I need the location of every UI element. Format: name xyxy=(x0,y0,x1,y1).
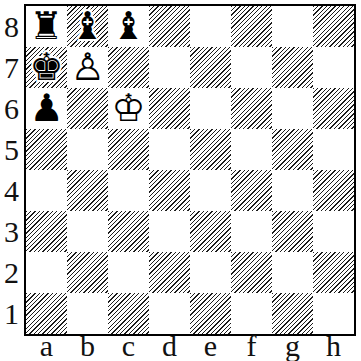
square-f8 xyxy=(231,6,272,47)
piece-black-pawn-a6: ♟ xyxy=(29,88,63,129)
square-d5 xyxy=(149,129,190,170)
square-e1 xyxy=(190,293,231,334)
square-g5 xyxy=(272,129,313,170)
square-g6 xyxy=(272,88,313,129)
file-labels: abcdefgh xyxy=(26,332,354,360)
square-a6: ♟ xyxy=(26,88,67,129)
square-f1 xyxy=(231,293,272,334)
square-g4 xyxy=(272,170,313,211)
square-g8 xyxy=(272,6,313,47)
file-label-b: b xyxy=(67,332,108,360)
rank-label-7: 7 xyxy=(0,47,23,88)
square-a4 xyxy=(26,170,67,211)
square-b8: ♝ xyxy=(67,6,108,47)
square-c1 xyxy=(108,293,149,334)
piece-black-rook-a8: ♜ xyxy=(29,6,63,47)
square-c2 xyxy=(108,252,149,293)
rank-label-4: 4 xyxy=(0,170,23,211)
file-label-d: d xyxy=(149,332,190,360)
chess-board: ♜♝♝♚♙♟♔ xyxy=(24,4,356,336)
file-label-a: a xyxy=(26,332,67,360)
square-g1 xyxy=(272,293,313,334)
square-a8: ♜ xyxy=(26,6,67,47)
rank-labels: 87654321 xyxy=(0,6,23,334)
square-d7 xyxy=(149,47,190,88)
square-h5 xyxy=(313,129,354,170)
piece-white-pawn-b7: ♙ xyxy=(70,47,104,88)
square-b3 xyxy=(67,211,108,252)
square-h6 xyxy=(313,88,354,129)
square-e3 xyxy=(190,211,231,252)
square-d6 xyxy=(149,88,190,129)
file-label-c: c xyxy=(108,332,149,360)
rank-label-2: 2 xyxy=(0,252,23,293)
square-c8: ♝ xyxy=(108,6,149,47)
square-b2 xyxy=(67,252,108,293)
square-d1 xyxy=(149,293,190,334)
square-e4 xyxy=(190,170,231,211)
rank-label-5: 5 xyxy=(0,129,23,170)
square-g7 xyxy=(272,47,313,88)
file-label-g: g xyxy=(272,332,313,360)
square-c5 xyxy=(108,129,149,170)
square-d4 xyxy=(149,170,190,211)
square-b6 xyxy=(67,88,108,129)
square-a1 xyxy=(26,293,67,334)
square-c3 xyxy=(108,211,149,252)
square-a7: ♚ xyxy=(26,47,67,88)
square-h7 xyxy=(313,47,354,88)
square-g3 xyxy=(272,211,313,252)
square-h4 xyxy=(313,170,354,211)
square-a2 xyxy=(26,252,67,293)
square-b5 xyxy=(67,129,108,170)
square-b7: ♙ xyxy=(67,47,108,88)
square-a5 xyxy=(26,129,67,170)
piece-black-king-a7: ♚ xyxy=(29,47,63,88)
file-label-h: h xyxy=(313,332,354,360)
rank-label-1: 1 xyxy=(0,293,23,334)
square-f6 xyxy=(231,88,272,129)
square-f3 xyxy=(231,211,272,252)
square-g2 xyxy=(272,252,313,293)
chess-diagram: 87654321 ♜♝♝♚♙♟♔ abcdefgh xyxy=(0,0,361,361)
square-f5 xyxy=(231,129,272,170)
square-c7 xyxy=(108,47,149,88)
square-e2 xyxy=(190,252,231,293)
square-d2 xyxy=(149,252,190,293)
square-h1 xyxy=(313,293,354,334)
square-f2 xyxy=(231,252,272,293)
square-e5 xyxy=(190,129,231,170)
square-c4 xyxy=(108,170,149,211)
square-e7 xyxy=(190,47,231,88)
rank-label-3: 3 xyxy=(0,211,23,252)
square-b4 xyxy=(67,170,108,211)
square-h8 xyxy=(313,6,354,47)
square-d8 xyxy=(149,6,190,47)
square-f4 xyxy=(231,170,272,211)
square-a3 xyxy=(26,211,67,252)
square-e8 xyxy=(190,6,231,47)
piece-black-bishop-c8: ♝ xyxy=(111,6,145,47)
square-d3 xyxy=(149,211,190,252)
file-label-f: f xyxy=(231,332,272,360)
rank-label-6: 6 xyxy=(0,88,23,129)
square-b1 xyxy=(67,293,108,334)
piece-white-king-c6: ♔ xyxy=(111,88,145,129)
file-label-e: e xyxy=(190,332,231,360)
square-h3 xyxy=(313,211,354,252)
piece-black-bishop-b8: ♝ xyxy=(70,6,104,47)
rank-label-8: 8 xyxy=(0,6,23,47)
square-c6: ♔ xyxy=(108,88,149,129)
square-h2 xyxy=(313,252,354,293)
square-e6 xyxy=(190,88,231,129)
square-f7 xyxy=(231,47,272,88)
